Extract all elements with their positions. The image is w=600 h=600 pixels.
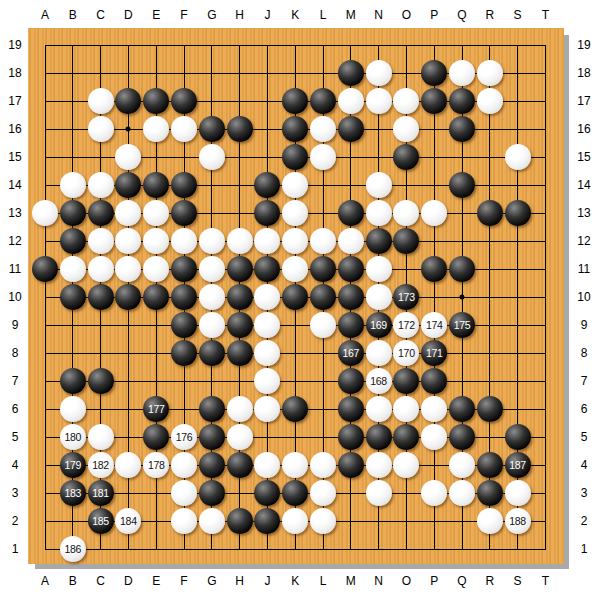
stone-D2[interactable]: 184 [115,508,141,534]
row-label-right-10: 10 [577,290,590,304]
move-number-label: 188 [509,516,526,527]
stone-L4[interactable] [310,452,336,478]
col-label-top-O: O [402,8,411,22]
col-label-top-A: A [41,8,49,22]
stone-Q18[interactable] [449,60,475,86]
move-number-label: 181 [92,488,109,499]
stone-H2[interactable] [227,508,253,534]
col-label-top-E: E [152,8,160,22]
stone-S4[interactable]: 187 [505,452,531,478]
stone-N17[interactable] [366,88,392,114]
col-label-bottom-E: E [152,574,160,588]
stone-L3[interactable] [310,480,336,506]
stone-Q6[interactable] [449,396,475,422]
stone-M18[interactable] [338,60,364,86]
stone-O4[interactable] [393,452,419,478]
stone-H11[interactable] [227,256,253,282]
stone-O16[interactable] [393,116,419,142]
col-label-bottom-F: F [180,574,187,588]
move-number-label: 187 [509,460,526,471]
stone-F11[interactable] [171,256,197,282]
move-number-label: 173 [398,292,415,303]
stone-N12[interactable] [366,228,392,254]
stone-K12[interactable] [282,228,308,254]
row-label-left-3: 3 [12,486,19,500]
stone-C11[interactable] [88,256,114,282]
stone-G10[interactable] [199,284,225,310]
row-label-right-19: 19 [577,38,590,52]
move-number-label: 170 [398,348,415,359]
row-label-left-2: 2 [12,514,19,528]
row-label-left-4: 4 [12,458,19,472]
col-label-bottom-R: R [485,574,494,588]
stone-M11[interactable] [338,256,364,282]
row-label-right-13: 13 [577,206,590,220]
col-label-bottom-K: K [291,574,299,588]
stone-K3[interactable] [282,480,308,506]
row-label-right-14: 14 [577,178,590,192]
stone-K15[interactable] [282,144,308,170]
col-label-top-T: T [542,8,549,22]
col-label-top-P: P [430,8,438,22]
col-label-top-R: R [485,8,494,22]
stone-R17[interactable] [477,88,503,114]
col-label-bottom-B: B [69,574,77,588]
stone-C4[interactable]: 182 [88,452,114,478]
col-label-bottom-M: M [346,574,356,588]
col-label-top-Q: Q [457,8,466,22]
stone-H10[interactable] [227,284,253,310]
stone-D10[interactable] [115,284,141,310]
stone-O17[interactable] [393,88,419,114]
stone-L12[interactable] [310,228,336,254]
stone-K17[interactable] [282,88,308,114]
stone-S5[interactable] [505,424,531,450]
move-number-label: 179 [64,460,81,471]
row-label-left-15: 15 [8,150,21,164]
stone-F12[interactable] [171,228,197,254]
stone-B1[interactable]: 186 [60,536,86,562]
stone-N6[interactable] [366,396,392,422]
row-label-right-15: 15 [577,150,590,164]
col-label-bottom-S: S [514,574,522,588]
stone-O13[interactable] [393,200,419,226]
stone-N11[interactable] [366,256,392,282]
stone-E14[interactable] [143,172,169,198]
stone-O8[interactable]: 170 [393,340,419,366]
stone-E4[interactable]: 178 [143,452,169,478]
row-label-right-6: 6 [581,402,588,416]
row-label-left-1: 1 [12,542,19,556]
stone-Q9[interactable]: 175 [449,312,475,338]
stone-R4[interactable] [477,452,503,478]
stone-N8[interactable] [366,340,392,366]
stone-B5[interactable]: 180 [60,424,86,450]
stone-N3[interactable] [366,480,392,506]
col-label-top-N: N [374,8,383,22]
stone-K2[interactable] [282,508,308,534]
stone-B10[interactable] [60,284,86,310]
col-label-bottom-A: A [41,574,49,588]
stone-S15[interactable] [505,144,531,170]
move-number-label: 184 [120,516,137,527]
stone-P3[interactable] [421,480,447,506]
stone-N5[interactable] [366,424,392,450]
stone-F13[interactable] [171,200,197,226]
row-label-left-8: 8 [12,346,19,360]
stone-K13[interactable] [282,200,308,226]
stone-R13[interactable] [477,200,503,226]
stone-B7[interactable] [60,368,86,394]
stone-D12[interactable] [115,228,141,254]
stone-N13[interactable] [366,200,392,226]
col-label-top-S: S [514,8,522,22]
stone-F17[interactable] [171,88,197,114]
stone-C5[interactable] [88,424,114,450]
stone-J3[interactable] [254,480,280,506]
row-label-left-12: 12 [8,234,21,248]
row-label-right-5: 5 [581,430,588,444]
stone-K4[interactable] [282,452,308,478]
stone-K10[interactable] [282,284,308,310]
stone-M13[interactable] [338,200,364,226]
stone-O9[interactable]: 172 [393,312,419,338]
stone-K14[interactable] [282,172,308,198]
go-board[interactable]: 1731691721741751671701711681771801761791… [28,28,564,564]
row-label-right-18: 18 [577,66,590,80]
col-label-bottom-G: G [207,574,216,588]
row-label-right-12: 12 [577,234,590,248]
stone-H9[interactable] [227,312,253,338]
col-label-bottom-D: D [124,574,133,588]
stone-O7[interactable] [393,368,419,394]
stone-M8[interactable]: 167 [338,340,364,366]
stone-B12[interactable] [60,228,86,254]
stone-F14[interactable] [171,172,197,198]
col-label-top-K: K [291,8,299,22]
move-number-label: 175 [454,320,471,331]
row-label-right-3: 3 [581,486,588,500]
col-label-top-J: J [264,8,270,22]
move-number-label: 168 [370,376,387,387]
col-label-top-C: C [96,8,105,22]
stone-C13[interactable] [88,200,114,226]
stone-P5[interactable] [421,424,447,450]
col-label-bottom-P: P [430,574,438,588]
stone-J10[interactable] [254,284,280,310]
stone-J13[interactable] [254,200,280,226]
row-label-left-17: 17 [8,94,21,108]
col-label-top-D: D [124,8,133,22]
stone-K6[interactable] [282,396,308,422]
stone-Q3[interactable] [449,480,475,506]
stone-N4[interactable] [366,452,392,478]
move-number-label: 182 [92,460,109,471]
stone-C10[interactable] [88,284,114,310]
stone-Q4[interactable] [449,452,475,478]
row-label-left-7: 7 [12,374,19,388]
stone-N18[interactable] [366,60,392,86]
row-label-left-10: 10 [8,290,21,304]
stone-M9[interactable] [338,312,364,338]
row-label-right-1: 1 [581,542,588,556]
stone-M17[interactable] [338,88,364,114]
stone-O10[interactable]: 173 [393,284,419,310]
row-label-left-13: 13 [8,206,21,220]
stone-N9[interactable]: 169 [366,312,392,338]
stone-G6[interactable] [199,396,225,422]
stone-G5[interactable] [199,424,225,450]
stone-K11[interactable] [282,256,308,282]
move-number-label: 176 [176,432,193,443]
stone-E10[interactable] [143,284,169,310]
stone-D11[interactable] [115,256,141,282]
stone-C14[interactable] [88,172,114,198]
grid-line-horizontal [45,353,546,354]
col-label-bottom-L: L [320,574,327,588]
stone-C3[interactable]: 181 [88,480,114,506]
move-number-label: 183 [64,488,81,499]
stone-F10[interactable] [171,284,197,310]
row-label-right-7: 7 [581,374,588,388]
row-label-left-18: 18 [8,66,21,80]
stone-N7[interactable]: 168 [366,368,392,394]
stone-C2[interactable]: 185 [88,508,114,534]
stone-P9[interactable]: 174 [421,312,447,338]
stone-M10[interactable] [338,284,364,310]
row-label-left-11: 11 [9,262,21,276]
stone-H6[interactable] [227,396,253,422]
stone-B3[interactable]: 183 [60,480,86,506]
stone-L2[interactable] [310,508,336,534]
row-label-left-9: 9 [12,318,19,332]
stone-O6[interactable] [393,396,419,422]
row-label-right-16: 16 [577,122,590,136]
stone-P13[interactable] [421,200,447,226]
stone-Q16[interactable] [449,116,475,142]
stone-O12[interactable] [393,228,419,254]
stone-H12[interactable] [227,228,253,254]
col-label-bottom-C: C [96,574,105,588]
stone-G11[interactable] [199,256,225,282]
stone-P17[interactable] [421,88,447,114]
row-label-left-5: 5 [12,430,19,444]
stone-K16[interactable] [282,116,308,142]
stone-M7[interactable] [338,368,364,394]
stone-F9[interactable] [171,312,197,338]
stone-J7[interactable] [254,368,280,394]
col-label-bottom-T: T [542,574,549,588]
stone-H16[interactable] [227,116,253,142]
star-point-Q10 [460,295,465,300]
stone-J9[interactable] [254,312,280,338]
stone-S2[interactable]: 188 [505,508,531,534]
stone-H8[interactable] [227,340,253,366]
stone-E12[interactable] [143,228,169,254]
stone-B13[interactable] [60,200,86,226]
stone-S13[interactable] [505,200,531,226]
stone-C7[interactable] [88,368,114,394]
move-number-label: 174 [426,320,443,331]
row-label-left-16: 16 [8,122,21,136]
stone-M4[interactable] [338,452,364,478]
col-label-top-F: F [180,8,187,22]
stone-F5[interactable]: 176 [171,424,197,450]
row-label-right-8: 8 [581,346,588,360]
stone-F2[interactable] [171,508,197,534]
grid-line-horizontal [45,549,546,550]
col-label-top-G: G [207,8,216,22]
stone-Q14[interactable] [449,172,475,198]
row-label-right-4: 4 [581,458,588,472]
stone-P7[interactable] [421,368,447,394]
move-number-label: 172 [398,320,415,331]
stone-L17[interactable] [310,88,336,114]
stone-G2[interactable] [199,508,225,534]
stone-B11[interactable] [60,256,86,282]
stone-G8[interactable] [199,340,225,366]
move-number-label: 167 [342,348,359,359]
grid-line-horizontal [45,381,546,382]
stone-J14[interactable] [254,172,280,198]
row-label-left-14: 14 [8,178,21,192]
stone-D4[interactable] [115,452,141,478]
stone-N10[interactable] [366,284,392,310]
stone-E5[interactable] [143,424,169,450]
stone-B14[interactable] [60,172,86,198]
stone-M5[interactable] [338,424,364,450]
col-label-bottom-J: J [264,574,270,588]
stone-F4[interactable] [171,452,197,478]
stone-D13[interactable] [115,200,141,226]
stone-P11[interactable] [421,256,447,282]
stone-C16[interactable] [88,116,114,142]
row-label-right-9: 9 [581,318,588,332]
stone-N14[interactable] [366,172,392,198]
row-label-right-17: 17 [577,94,590,108]
col-label-bottom-H: H [235,574,244,588]
stone-L10[interactable] [310,284,336,310]
move-number-label: 180 [64,432,81,443]
go-diagram-page: 1731691721741751671701711681771801761791… [0,0,600,600]
star-point-D16 [126,127,131,132]
col-label-top-H: H [235,8,244,22]
stone-J6[interactable] [254,396,280,422]
col-label-bottom-Q: Q [457,574,466,588]
col-label-top-M: M [346,8,356,22]
stone-F8[interactable] [171,340,197,366]
stone-P6[interactable] [421,396,447,422]
col-label-bottom-O: O [402,574,411,588]
col-label-top-L: L [320,8,327,22]
stone-H4[interactable] [227,452,253,478]
stone-E6[interactable]: 177 [143,396,169,422]
stone-L16[interactable] [310,116,336,142]
stone-M12[interactable] [338,228,364,254]
stone-L9[interactable] [310,312,336,338]
stone-E11[interactable] [143,256,169,282]
stone-B6[interactable] [60,396,86,422]
stone-G9[interactable] [199,312,225,338]
stone-G4[interactable] [199,452,225,478]
stone-F3[interactable] [171,480,197,506]
stone-R2[interactable] [477,508,503,534]
stone-G16[interactable] [199,116,225,142]
stone-R3[interactable] [477,480,503,506]
stone-P8[interactable]: 171 [421,340,447,366]
stone-L11[interactable] [310,256,336,282]
col-label-bottom-N: N [374,574,383,588]
stone-Q17[interactable] [449,88,475,114]
row-label-left-19: 19 [8,38,21,52]
row-label-right-11: 11 [578,262,590,276]
move-number-label: 169 [370,320,387,331]
stone-O5[interactable] [393,424,419,450]
stone-A13[interactable] [32,200,58,226]
stone-F16[interactable] [171,116,197,142]
grid-line-horizontal [45,45,546,46]
stone-H5[interactable] [227,424,253,450]
stone-G3[interactable] [199,480,225,506]
stone-D15[interactable] [115,144,141,170]
stone-J8[interactable] [254,340,280,366]
row-label-right-2: 2 [581,514,588,528]
stone-Q5[interactable] [449,424,475,450]
stone-E16[interactable] [143,116,169,142]
stone-G12[interactable] [199,228,225,254]
stone-A11[interactable] [32,256,58,282]
stone-B4[interactable]: 179 [60,452,86,478]
stone-M6[interactable] [338,396,364,422]
stone-C17[interactable] [88,88,114,114]
move-number-label: 185 [92,516,109,527]
row-label-left-6: 6 [12,402,19,416]
move-number-label: 178 [148,460,165,471]
stone-L15[interactable] [310,144,336,170]
stone-O15[interactable] [393,144,419,170]
stone-G15[interactable] [199,144,225,170]
stone-S3[interactable] [505,480,531,506]
move-number-label: 186 [64,544,81,555]
stone-M16[interactable] [338,116,364,142]
move-number-label: 177 [148,404,165,415]
stone-R6[interactable] [477,396,503,422]
move-number-label: 171 [426,348,443,359]
stone-J4[interactable] [254,452,280,478]
stone-Q11[interactable] [449,256,475,282]
stone-C12[interactable] [88,228,114,254]
stone-J12[interactable] [254,228,280,254]
stone-J11[interactable] [254,256,280,282]
stone-E17[interactable] [143,88,169,114]
stone-P18[interactable] [421,60,447,86]
col-label-top-B: B [69,8,77,22]
stone-E13[interactable] [143,200,169,226]
stone-D17[interactable] [115,88,141,114]
stone-J2[interactable] [254,508,280,534]
stone-D14[interactable] [115,172,141,198]
stone-R18[interactable] [477,60,503,86]
